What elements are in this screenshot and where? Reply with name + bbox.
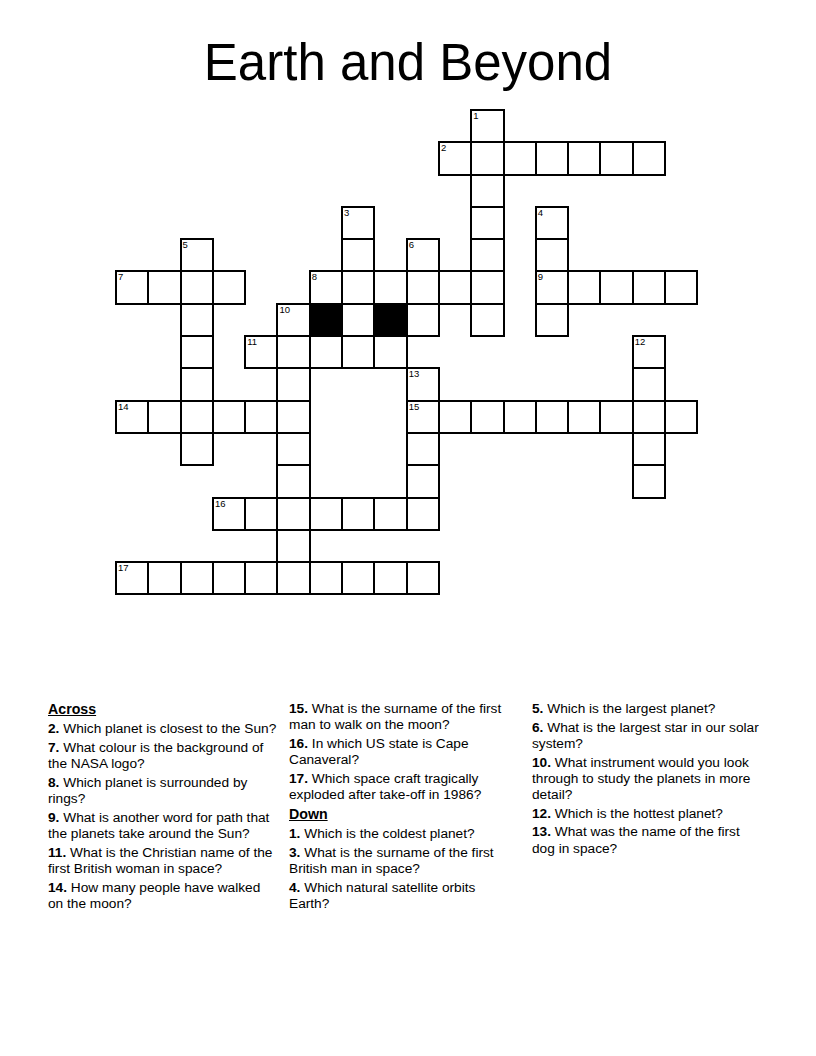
grid-cell[interactable] bbox=[181, 271, 213, 303]
grid-cell[interactable] bbox=[633, 465, 665, 497]
clue-number-label: 12. bbox=[532, 806, 551, 821]
grid-cell[interactable] bbox=[277, 336, 309, 368]
clue-number-label: 13. bbox=[532, 824, 551, 839]
clue-2: 2. Which planet is closest to the Sun? bbox=[48, 721, 277, 737]
clue-9: 9. What is another word for path that th… bbox=[48, 810, 277, 842]
grid-cell[interactable] bbox=[374, 562, 406, 594]
grid-cell[interactable] bbox=[277, 498, 309, 530]
cell-number: 17 bbox=[118, 563, 129, 573]
grid-cell[interactable] bbox=[633, 433, 665, 465]
grid-cell[interactable] bbox=[245, 562, 277, 594]
cell-number: 10 bbox=[279, 305, 290, 315]
grid-cell[interactable] bbox=[181, 433, 213, 465]
grid-cell[interactable] bbox=[181, 304, 213, 336]
grid-cell[interactable] bbox=[471, 175, 503, 207]
grid-cell[interactable] bbox=[665, 401, 697, 433]
grid-cell[interactable]: 6 bbox=[407, 239, 439, 271]
clue-number-label: 10. bbox=[532, 755, 551, 770]
clue-number-label: 15. bbox=[289, 701, 308, 716]
down-header: Down bbox=[289, 806, 518, 822]
clue-16: 16. In which US state is Cape Canaveral? bbox=[289, 736, 518, 768]
grid-cell[interactable] bbox=[439, 401, 471, 433]
grid-cell[interactable] bbox=[600, 142, 632, 174]
grid-cell[interactable] bbox=[310, 562, 342, 594]
cell-number: 1 bbox=[473, 111, 478, 121]
grid-cell[interactable] bbox=[407, 562, 439, 594]
grid-cell[interactable] bbox=[568, 401, 600, 433]
clue-5: 5. Which is the largest planet? bbox=[532, 701, 761, 717]
cell-number: 6 bbox=[409, 240, 414, 250]
grid-cell[interactable] bbox=[277, 530, 309, 562]
grid-cell[interactable] bbox=[213, 271, 245, 303]
clue-17: 17. Which space craft tragically explode… bbox=[289, 771, 518, 803]
grid-cell[interactable]: 8 bbox=[310, 271, 342, 303]
grid-cell[interactable]: 16 bbox=[213, 498, 245, 530]
grid-cell[interactable] bbox=[310, 498, 342, 530]
grid-cell[interactable] bbox=[277, 562, 309, 594]
grid-cell[interactable] bbox=[342, 336, 374, 368]
grid-cell[interactable]: 13 bbox=[407, 368, 439, 400]
grid-cell[interactable]: 15 bbox=[407, 401, 439, 433]
clue-6: 6. What is the largest star in our solar… bbox=[532, 720, 761, 752]
grid-cell[interactable] bbox=[213, 562, 245, 594]
grid-cell[interactable] bbox=[374, 498, 406, 530]
clue-column-1: Across2. Which planet is closest to the … bbox=[48, 701, 277, 914]
grid-cell[interactable] bbox=[439, 271, 471, 303]
grid-cell[interactable] bbox=[600, 271, 632, 303]
grid-cell[interactable] bbox=[245, 498, 277, 530]
clue-number-label: 2. bbox=[48, 721, 59, 736]
clue-number-label: 6. bbox=[532, 720, 543, 735]
worksheet-page: Earth and Beyond 12345678910111213141516… bbox=[0, 0, 816, 1056]
grid-cell[interactable] bbox=[148, 562, 180, 594]
grid-cell[interactable]: 7 bbox=[116, 271, 148, 303]
clue-number-label: 14. bbox=[48, 880, 67, 895]
clue-number-label: 5. bbox=[532, 701, 543, 716]
cell-number: 5 bbox=[183, 240, 188, 250]
grid-cell[interactable] bbox=[471, 207, 503, 239]
grid-cell[interactable] bbox=[600, 401, 632, 433]
grid-cell[interactable]: 10 bbox=[277, 304, 309, 336]
grid-cell[interactable] bbox=[407, 271, 439, 303]
grid-cell[interactable]: 1 bbox=[471, 110, 503, 142]
grid-cell[interactable] bbox=[471, 401, 503, 433]
grid-cell[interactable] bbox=[504, 401, 536, 433]
cell-number: 4 bbox=[538, 208, 543, 218]
grid-cell[interactable] bbox=[181, 368, 213, 400]
clue-number-label: 16. bbox=[289, 736, 308, 751]
grid-cell[interactable]: 3 bbox=[342, 207, 374, 239]
grid-cell[interactable]: 14 bbox=[116, 401, 148, 433]
clue-10: 10. What instrument would you look throu… bbox=[532, 755, 761, 804]
cell-number: 7 bbox=[118, 272, 123, 282]
clue-1: 1. Which is the coldest planet? bbox=[289, 826, 518, 842]
cell-number: 11 bbox=[247, 337, 257, 347]
clue-12: 12. Which is the hottest planet? bbox=[532, 806, 761, 822]
clue-number-label: 8. bbox=[48, 775, 59, 790]
grid-cell[interactable] bbox=[181, 562, 213, 594]
cell-number: 16 bbox=[215, 499, 226, 509]
clue-13: 13. What was the name of the first dog i… bbox=[532, 824, 761, 856]
grid-cell[interactable] bbox=[374, 336, 406, 368]
grid-cell[interactable] bbox=[407, 433, 439, 465]
clue-number-label: 3. bbox=[289, 845, 300, 860]
cell-number: 3 bbox=[344, 208, 349, 218]
grid-cell[interactable]: 4 bbox=[536, 207, 568, 239]
cell-number: 13 bbox=[409, 369, 420, 379]
clue-number-label: 1. bbox=[289, 826, 300, 841]
grid-cell[interactable]: 11 bbox=[245, 336, 277, 368]
grid-cell[interactable] bbox=[633, 271, 665, 303]
cell-number: 15 bbox=[409, 402, 420, 412]
grid-cell[interactable] bbox=[181, 401, 213, 433]
grid-cell[interactable] bbox=[407, 304, 439, 336]
clue-number-label: 17. bbox=[289, 771, 308, 786]
crossword-grid: 1234567891011121314151617 bbox=[116, 110, 697, 594]
cell-number: 8 bbox=[312, 272, 317, 282]
grid-cell[interactable] bbox=[568, 142, 600, 174]
grid-cell[interactable]: 5 bbox=[181, 239, 213, 271]
grid-cell[interactable] bbox=[471, 239, 503, 271]
grid-cell[interactable] bbox=[536, 239, 568, 271]
grid-cell[interactable] bbox=[277, 465, 309, 497]
grid-cell[interactable] bbox=[536, 304, 568, 336]
clue-7: 7. What colour is the background of the … bbox=[48, 740, 277, 772]
grid-cell[interactable] bbox=[374, 271, 406, 303]
grid-cell[interactable] bbox=[504, 142, 536, 174]
grid-cell[interactable] bbox=[665, 271, 697, 303]
grid-cell[interactable]: 9 bbox=[536, 271, 568, 303]
grid-cell[interactable] bbox=[471, 271, 503, 303]
cell-number: 14 bbox=[118, 402, 129, 412]
grid-cell[interactable] bbox=[148, 401, 180, 433]
clue-8: 8. Which planet is surrounded by rings? bbox=[48, 775, 277, 807]
grid-cell[interactable] bbox=[181, 336, 213, 368]
puzzle-title: Earth and Beyond bbox=[0, 34, 816, 91]
grid-cell[interactable] bbox=[407, 465, 439, 497]
black-cell bbox=[374, 304, 406, 336]
grid-cell[interactable] bbox=[633, 401, 665, 433]
grid-cell[interactable] bbox=[277, 368, 309, 400]
clue-number-label: 9. bbox=[48, 810, 59, 825]
clue-15: 15. What is the surname of the first man… bbox=[289, 701, 518, 733]
grid-cell[interactable] bbox=[277, 401, 309, 433]
cell-number: 12 bbox=[635, 337, 646, 347]
clue-column-3: 5. Which is the largest planet?6. What i… bbox=[532, 701, 761, 859]
grid-cell[interactable] bbox=[213, 401, 245, 433]
clue-number-label: 7. bbox=[48, 740, 59, 755]
grid-cell[interactable] bbox=[342, 271, 374, 303]
clue-number-label: 4. bbox=[289, 880, 300, 895]
grid-cell[interactable]: 12 bbox=[633, 336, 665, 368]
grid-cell[interactable] bbox=[342, 304, 374, 336]
grid-cell[interactable] bbox=[471, 304, 503, 336]
grid-cell[interactable] bbox=[342, 239, 374, 271]
grid-cell[interactable] bbox=[277, 433, 309, 465]
grid-cell[interactable] bbox=[148, 271, 180, 303]
grid-cell[interactable] bbox=[633, 142, 665, 174]
grid-cell[interactable] bbox=[407, 498, 439, 530]
clue-4: 4. Which natural satellite orbits Earth? bbox=[289, 880, 518, 912]
clue-number-label: 11. bbox=[48, 845, 66, 860]
cell-number: 9 bbox=[538, 272, 543, 282]
grid-cell[interactable] bbox=[471, 142, 503, 174]
clue-11: 11. What is the Christian name of the fi… bbox=[48, 845, 277, 877]
grid-cell[interactable] bbox=[310, 336, 342, 368]
grid-cell[interactable] bbox=[568, 271, 600, 303]
clue-column-2: 15. What is the surname of the first man… bbox=[289, 701, 518, 914]
grid-cell[interactable]: 17 bbox=[116, 562, 148, 594]
grid-cell[interactable] bbox=[536, 142, 568, 174]
grid-cell[interactable] bbox=[633, 368, 665, 400]
grid-cell[interactable] bbox=[245, 401, 277, 433]
clue-14: 14. How many people have walked on the m… bbox=[48, 880, 277, 912]
across-header: Across bbox=[48, 701, 277, 717]
black-cell bbox=[310, 304, 342, 336]
clue-3: 3. What is the surname of the first Brit… bbox=[289, 845, 518, 877]
grid-cell[interactable] bbox=[536, 401, 568, 433]
grid-cell[interactable] bbox=[342, 498, 374, 530]
grid-cell[interactable]: 2 bbox=[439, 142, 471, 174]
cell-number: 2 bbox=[441, 143, 446, 153]
grid-cell[interactable] bbox=[342, 562, 374, 594]
